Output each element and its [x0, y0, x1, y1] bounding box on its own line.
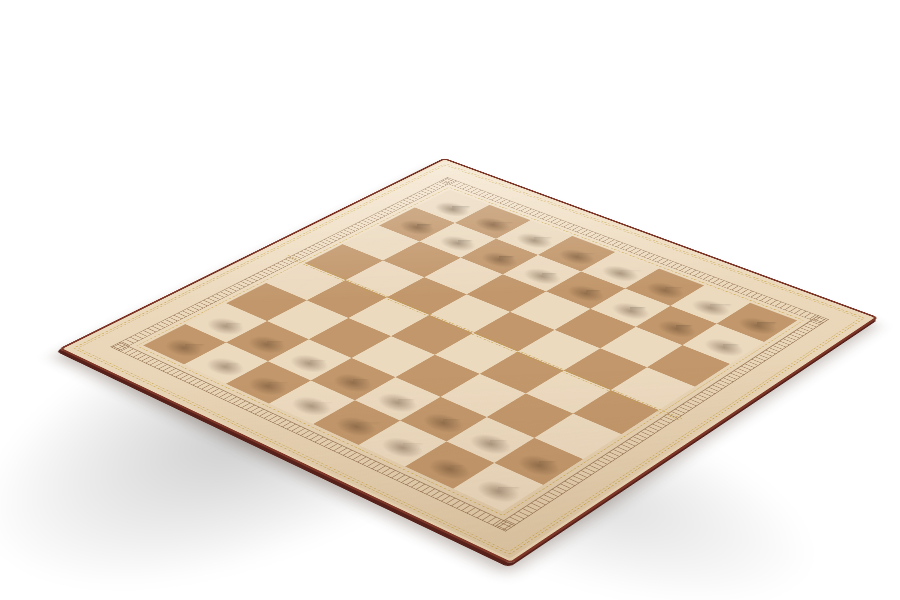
gold-finial — [454, 188, 461, 194]
gold-finial — [661, 177, 668, 183]
gold-finial — [414, 172, 420, 178]
perspective-scene: ♜♞♝♛♚♝♞♜♟♟♟♟♟♟♟♟♟♟♟♟♟♟♟♟♜♞♝♛♚♝♞♜ — [0, 0, 900, 600]
gold-finial — [449, 127, 455, 132]
gold-finial — [573, 122, 580, 128]
gold-finial — [222, 257, 229, 263]
pawn-glyph: ♟ — [438, 164, 477, 250]
pawn-glyph: ♟ — [522, 195, 562, 283]
pawn-glyph: ♟ — [398, 149, 436, 234]
pawn-glyph: ♟ — [656, 245, 697, 337]
gold-finial — [617, 126, 624, 132]
gold-finial — [627, 252, 634, 258]
gold-finial — [496, 203, 503, 209]
gold-finial — [494, 391, 502, 398]
gold-finial — [353, 262, 360, 268]
gold-finial — [535, 400, 543, 407]
gold-finial — [489, 126, 495, 132]
pawn-glyph: ♟ — [703, 262, 745, 355]
pawn-glyph: ♟ — [566, 211, 606, 300]
chess-board: ♜♞♝♛♚♝♞♜♟♟♟♟♟♟♟♟♟♟♟♟♟♟♟♟♜♞♝♛♚♝♞♜ — [58, 158, 879, 564]
pieces-layer: ♜♞♝♛♚♝♞♜♟♟♟♟♟♟♟♟♟♟♟♟♟♟♟♟♜♞♝♛♚♝♞♜ — [143, 190, 797, 512]
gold-finial — [399, 321, 407, 327]
gold-finial — [531, 131, 538, 137]
gold-finial — [673, 269, 680, 275]
gold-finial — [754, 236, 761, 242]
pawn-glyph: ♟ — [610, 228, 651, 318]
gold-finial — [539, 219, 546, 225]
pawn-glyph: ♟ — [480, 180, 519, 267]
gold-finial — [181, 257, 188, 263]
gold-finial — [446, 352, 454, 359]
gold-finial — [707, 203, 714, 209]
gold-finial — [582, 235, 589, 241]
photo-backdrop: ♜♞♝♛♚♝♞♜♟♟♟♟♟♟♟♟♟♟♟♟♟♟♟♟♜♞♝♛♚♝♞♜ — [0, 0, 900, 600]
gold-finial — [720, 287, 727, 293]
rook-glyph: ♜ — [467, 366, 529, 503]
